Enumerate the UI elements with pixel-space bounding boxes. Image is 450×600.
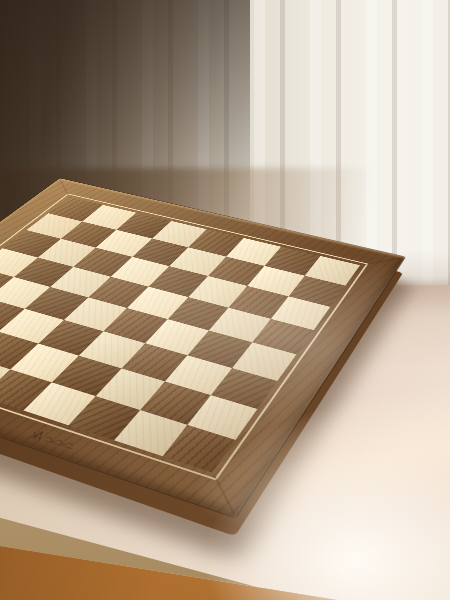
board-square: [229, 286, 288, 319]
table-surface: [0, 285, 450, 600]
board-square: [169, 247, 226, 276]
board-square: [226, 238, 281, 266]
board-square: [252, 318, 314, 354]
board-square: [38, 239, 96, 267]
board-square: [0, 267, 13, 298]
board-square: [132, 238, 189, 266]
board-square: [188, 229, 243, 256]
board-square: [0, 356, 10, 396]
shadow-behind-board: [0, 168, 410, 318]
board-square: [61, 221, 117, 247]
board-square: [145, 319, 209, 355]
frame-miter-seam: [364, 257, 403, 265]
board-square: [209, 307, 271, 342]
board-square: [114, 410, 187, 456]
board-square: [0, 309, 64, 344]
board-square: [165, 355, 232, 395]
board-square: [25, 287, 88, 320]
board-square: [23, 382, 95, 425]
board-square: [188, 330, 252, 367]
board-square: [68, 396, 141, 441]
board-square: [127, 286, 188, 319]
wall-shadow: [0, 0, 250, 360]
photo-canvas: [0, 0, 450, 600]
chess-field: [0, 197, 360, 473]
board-square: [0, 277, 50, 309]
board-drop-shadow: [0, 200, 412, 562]
board-square: [210, 368, 277, 409]
board-square: [305, 256, 360, 286]
corner-light-glow: [190, 440, 450, 600]
board-square: [208, 256, 265, 286]
board-square: [49, 197, 103, 221]
board-square: [288, 275, 345, 307]
board-square: [50, 267, 110, 298]
maker-stamp-icon: [25, 428, 85, 454]
board-square: [96, 230, 152, 257]
board-square: [0, 332, 38, 369]
board-square: [74, 248, 132, 277]
board-square: [247, 266, 304, 297]
board-square: [167, 297, 228, 331]
board-square: [141, 381, 211, 424]
board-square: [38, 320, 104, 356]
board-square: [96, 368, 165, 409]
board-square: [0, 298, 25, 332]
board-square: [265, 247, 320, 276]
board-square: [232, 342, 297, 381]
curtain-base-shadow: [295, 282, 450, 316]
board-square: [121, 343, 188, 382]
board-square: [64, 297, 127, 331]
board-square: [271, 296, 331, 330]
board-scene: [0, 28, 407, 588]
board-side-face: [0, 193, 403, 536]
board-square: [188, 276, 247, 308]
window-light-streak: [148, 361, 450, 578]
board-square: [162, 424, 235, 472]
wood-floor: [0, 0, 450, 600]
chess-board: [0, 178, 405, 517]
board-square: [79, 331, 145, 368]
board-square: [0, 369, 52, 411]
board-square: [111, 257, 170, 287]
board-square: [0, 248, 38, 277]
sheer-curtain: [0, 0, 450, 305]
board-square: [88, 276, 149, 308]
board-square: [3, 230, 61, 257]
board-square: [52, 356, 121, 396]
frame-miter-seam: [214, 476, 235, 515]
board-square: [104, 308, 168, 343]
board-square: [26, 213, 82, 239]
table-front-edge: [0, 0, 450, 600]
frame-miter-seam: [60, 179, 69, 195]
board-square: [149, 266, 208, 297]
board-square: [10, 343, 79, 382]
board-square: [152, 221, 207, 247]
board-square: [13, 257, 73, 287]
board-square: [82, 205, 136, 230]
board-square: [187, 395, 257, 440]
board-square: [117, 213, 171, 239]
